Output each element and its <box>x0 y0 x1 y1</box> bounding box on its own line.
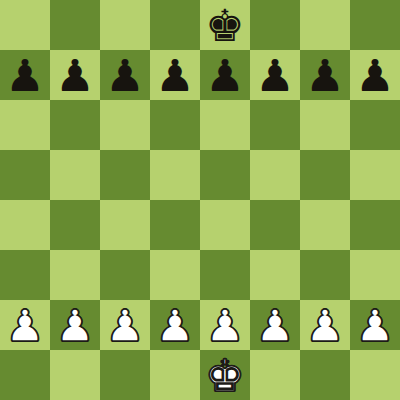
square-b3[interactable] <box>50 250 100 300</box>
square-a1[interactable] <box>0 350 50 400</box>
black-pawn[interactable]: ♟ <box>355 51 394 101</box>
black-pawn[interactable]: ♟ <box>205 51 244 101</box>
white-pawn[interactable]: ♟ <box>155 301 194 351</box>
white-pawn[interactable]: ♟ <box>105 301 144 351</box>
square-g3[interactable] <box>300 250 350 300</box>
square-e2[interactable]: ♟ <box>200 300 250 350</box>
square-h5[interactable] <box>350 150 400 200</box>
square-f8[interactable] <box>250 0 300 50</box>
square-c6[interactable] <box>100 100 150 150</box>
square-d3[interactable] <box>150 250 200 300</box>
square-f6[interactable] <box>250 100 300 150</box>
square-d8[interactable] <box>150 0 200 50</box>
square-c7[interactable]: ♟ <box>100 50 150 100</box>
square-e8[interactable]: ♚ <box>200 0 250 50</box>
square-a5[interactable] <box>0 150 50 200</box>
white-pawn[interactable]: ♟ <box>255 301 294 351</box>
black-pawn[interactable]: ♟ <box>105 51 144 101</box>
square-c2[interactable]: ♟ <box>100 300 150 350</box>
square-a3[interactable] <box>0 250 50 300</box>
white-pawn[interactable]: ♟ <box>305 301 344 351</box>
square-e4[interactable] <box>200 200 250 250</box>
square-d6[interactable] <box>150 100 200 150</box>
square-f3[interactable] <box>250 250 300 300</box>
square-h8[interactable] <box>350 0 400 50</box>
square-h7[interactable]: ♟ <box>350 50 400 100</box>
square-g1[interactable] <box>300 350 350 400</box>
square-d5[interactable] <box>150 150 200 200</box>
square-f5[interactable] <box>250 150 300 200</box>
square-b1[interactable] <box>50 350 100 400</box>
square-e7[interactable]: ♟ <box>200 50 250 100</box>
square-g4[interactable] <box>300 200 350 250</box>
white-pawn[interactable]: ♟ <box>205 301 244 351</box>
square-d4[interactable] <box>150 200 200 250</box>
square-b7[interactable]: ♟ <box>50 50 100 100</box>
chess-board-wrapper: ♚♟♟♟♟♟♟♟♟♟♟♟♟♟♟♟♟♚ <box>0 0 400 400</box>
chess-board: ♚♟♟♟♟♟♟♟♟♟♟♟♟♟♟♟♟♚ <box>0 0 400 400</box>
square-h1[interactable] <box>350 350 400 400</box>
black-pawn[interactable]: ♟ <box>55 51 94 101</box>
white-pawn[interactable]: ♟ <box>55 301 94 351</box>
black-pawn[interactable]: ♟ <box>155 51 194 101</box>
square-d2[interactable]: ♟ <box>150 300 200 350</box>
square-b4[interactable] <box>50 200 100 250</box>
square-g7[interactable]: ♟ <box>300 50 350 100</box>
black-king[interactable]: ♚ <box>205 1 244 51</box>
square-e5[interactable] <box>200 150 250 200</box>
white-pawn[interactable]: ♟ <box>5 301 44 351</box>
square-g6[interactable] <box>300 100 350 150</box>
square-g2[interactable]: ♟ <box>300 300 350 350</box>
square-c8[interactable] <box>100 0 150 50</box>
square-c1[interactable] <box>100 350 150 400</box>
square-h3[interactable] <box>350 250 400 300</box>
black-pawn[interactable]: ♟ <box>305 51 344 101</box>
square-c3[interactable] <box>100 250 150 300</box>
square-h4[interactable] <box>350 200 400 250</box>
square-g5[interactable] <box>300 150 350 200</box>
square-a7[interactable]: ♟ <box>0 50 50 100</box>
square-f1[interactable] <box>250 350 300 400</box>
square-f7[interactable]: ♟ <box>250 50 300 100</box>
square-e3[interactable] <box>200 250 250 300</box>
black-pawn[interactable]: ♟ <box>255 51 294 101</box>
square-h6[interactable] <box>350 100 400 150</box>
square-a6[interactable] <box>0 100 50 150</box>
square-g8[interactable] <box>300 0 350 50</box>
square-c4[interactable] <box>100 200 150 250</box>
white-king[interactable]: ♚ <box>205 351 244 400</box>
square-b5[interactable] <box>50 150 100 200</box>
square-h2[interactable]: ♟ <box>350 300 400 350</box>
square-b6[interactable] <box>50 100 100 150</box>
square-d1[interactable] <box>150 350 200 400</box>
square-b8[interactable] <box>50 0 100 50</box>
square-f4[interactable] <box>250 200 300 250</box>
square-e1[interactable]: ♚ <box>200 350 250 400</box>
square-b2[interactable]: ♟ <box>50 300 100 350</box>
square-a2[interactable]: ♟ <box>0 300 50 350</box>
black-pawn[interactable]: ♟ <box>5 51 44 101</box>
white-pawn[interactable]: ♟ <box>355 301 394 351</box>
square-c5[interactable] <box>100 150 150 200</box>
square-f2[interactable]: ♟ <box>250 300 300 350</box>
square-a4[interactable] <box>0 200 50 250</box>
square-e6[interactable] <box>200 100 250 150</box>
square-a8[interactable] <box>0 0 50 50</box>
square-d7[interactable]: ♟ <box>150 50 200 100</box>
